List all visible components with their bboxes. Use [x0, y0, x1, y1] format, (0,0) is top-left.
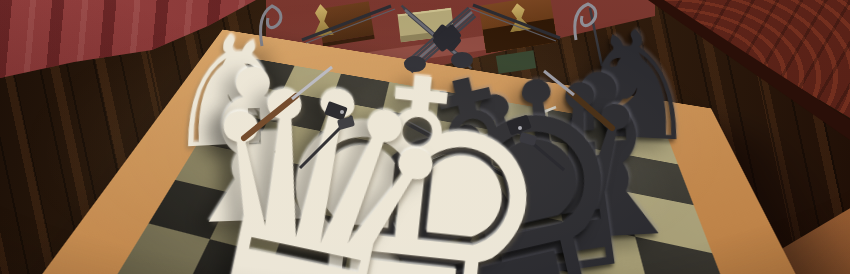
chess-scene: ♞♞♝♝♜♟♟♜♛♚♚♛: [0, 0, 850, 274]
vignette: [0, 0, 850, 274]
